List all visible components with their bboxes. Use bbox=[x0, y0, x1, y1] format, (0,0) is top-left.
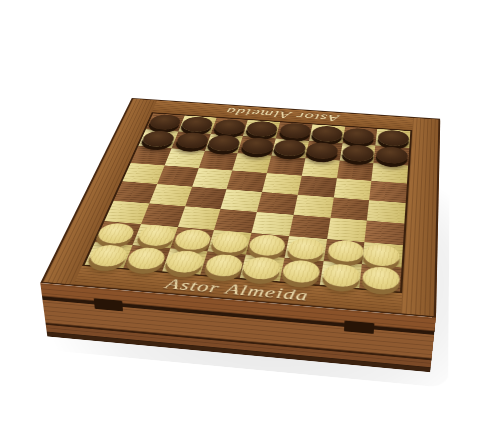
checker-light-d1 bbox=[203, 253, 245, 277]
square-h2 bbox=[362, 242, 403, 268]
square-g3 bbox=[327, 218, 367, 242]
square-e1 bbox=[240, 255, 284, 282]
checker-light-b2 bbox=[136, 224, 178, 247]
checker-light-e1 bbox=[242, 256, 283, 281]
checker-dark-g7 bbox=[341, 144, 374, 162]
square-a4 bbox=[114, 181, 157, 203]
square-e4 bbox=[257, 192, 298, 215]
checker-light-f2 bbox=[286, 237, 325, 261]
latch-notch-left bbox=[94, 298, 123, 311]
checker-light-f1 bbox=[281, 259, 321, 284]
board-top: Astor Almeida Astor Almeida bbox=[40, 98, 440, 318]
checkers-box: Astor Almeida Astor Almeida bbox=[40, 98, 440, 318]
checker-light-d2 bbox=[209, 231, 249, 254]
latch-notch-right bbox=[344, 321, 374, 334]
square-h4 bbox=[367, 200, 406, 223]
checker-dark-d8 bbox=[245, 121, 279, 138]
square-a3 bbox=[105, 201, 150, 224]
square-h5 bbox=[369, 181, 407, 203]
square-g2 bbox=[323, 239, 365, 265]
checker-dark-h8 bbox=[377, 130, 409, 147]
checker-dark-c7 bbox=[206, 134, 242, 152]
square-h3 bbox=[365, 220, 405, 244]
square-a1 bbox=[85, 242, 132, 268]
square-h1 bbox=[359, 264, 401, 291]
checker-light-b1 bbox=[125, 246, 168, 270]
square-d4 bbox=[221, 189, 262, 211]
square-e2 bbox=[246, 233, 289, 258]
square-f2 bbox=[284, 236, 326, 261]
checker-light-c2 bbox=[172, 228, 213, 251]
square-b2 bbox=[132, 224, 177, 249]
checker-light-a2 bbox=[95, 222, 137, 245]
square-g1 bbox=[319, 261, 362, 288]
square-d1 bbox=[201, 252, 246, 278]
square-b3 bbox=[141, 203, 185, 226]
square-f1 bbox=[279, 258, 323, 285]
square-a2 bbox=[95, 221, 141, 245]
checker-dark-d7 bbox=[240, 137, 275, 155]
checker-light-h1 bbox=[361, 265, 400, 290]
square-b1 bbox=[123, 245, 170, 271]
checker-dark-e8 bbox=[279, 122, 313, 139]
checker-dark-b8 bbox=[180, 116, 215, 133]
square-f5 bbox=[298, 176, 337, 198]
checker-light-h2 bbox=[362, 243, 400, 267]
square-g4 bbox=[330, 197, 369, 220]
square-c2 bbox=[170, 227, 215, 252]
square-c4 bbox=[185, 187, 227, 209]
checker-dark-f8 bbox=[311, 125, 344, 142]
checker-dark-h7 bbox=[375, 146, 408, 164]
square-c3 bbox=[177, 206, 220, 230]
checker-dark-e7 bbox=[273, 139, 308, 157]
square-b4 bbox=[149, 184, 192, 206]
square-g5 bbox=[333, 178, 371, 200]
product-photo-background: Astor Almeida Astor Almeida bbox=[0, 0, 500, 446]
checker-dark-c8 bbox=[212, 119, 247, 136]
square-f3 bbox=[289, 215, 330, 239]
square-f4 bbox=[293, 195, 333, 218]
checker-light-g1 bbox=[321, 263, 361, 288]
checker-light-c1 bbox=[163, 249, 205, 273]
square-c1 bbox=[162, 248, 208, 274]
checker-light-a1 bbox=[87, 244, 131, 268]
square-e3 bbox=[252, 212, 294, 236]
checker-light-g2 bbox=[326, 239, 364, 263]
square-d3 bbox=[214, 209, 257, 233]
checker-dark-a8 bbox=[147, 114, 183, 131]
checker-light-e2 bbox=[248, 234, 288, 257]
square-d2 bbox=[208, 230, 252, 255]
